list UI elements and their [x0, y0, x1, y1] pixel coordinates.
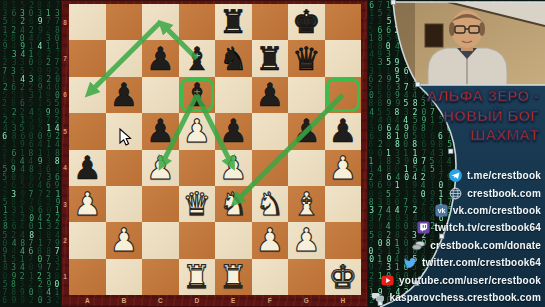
title-line-3: ШАХМАТ [380, 125, 539, 145]
square-d8[interactable] [179, 4, 216, 40]
title-line-2: НОВЫЙ БОГ [380, 106, 539, 126]
square-e1[interactable]: ♜ [215, 259, 252, 295]
square-a3[interactable]: ♟ [69, 186, 106, 222]
black-pawn[interactable]: ♟ [109, 77, 138, 113]
social-links: t.me/crestbookcrestbook.comvkvk.com/cres… [375, 167, 545, 306]
square-b2[interactable]: ♟ [106, 222, 143, 258]
link-text: t.me/crestbook [467, 170, 541, 181]
square-h5[interactable]: ♟ [325, 113, 362, 149]
black-rook[interactable]: ♜ [219, 4, 248, 40]
square-c4[interactable]: ♟ [142, 150, 179, 186]
file-label: H [325, 295, 362, 307]
square-a5[interactable] [69, 113, 106, 149]
white-pawn[interactable]: ♟ [146, 150, 175, 186]
square-d3[interactable]: ♛ [179, 186, 216, 222]
rank-label: 7 [61, 40, 69, 76]
file-label: C [142, 295, 179, 307]
link-text: crestbook.com/donate [430, 240, 541, 251]
square-e5[interactable]: ♟ [215, 113, 252, 149]
rank-label: 8 [61, 4, 69, 40]
square-g4[interactable] [288, 150, 325, 186]
black-pawn[interactable]: ♟ [292, 113, 321, 149]
twitter-icon [404, 256, 417, 269]
twitch-icon [417, 221, 430, 234]
square-e2[interactable] [215, 222, 252, 258]
square-h3[interactable] [325, 186, 362, 222]
white-knight[interactable]: ♞ [255, 186, 284, 222]
square-h8[interactable] [325, 4, 362, 40]
square-g1[interactable] [288, 259, 325, 295]
stream-title: АЛЬФА ЗЕРО - НОВЫЙ БОГ ШАХМАТ [380, 86, 545, 145]
svg-text:vk: vk [437, 207, 445, 214]
white-pawn[interactable]: ♟ [255, 222, 284, 258]
square-c5[interactable]: ♟ [142, 113, 179, 149]
rank-label: 5 [61, 113, 69, 149]
square-d6[interactable]: ♝ [179, 77, 216, 113]
white-bishop[interactable]: ♝ [292, 186, 321, 222]
square-f4[interactable] [252, 150, 289, 186]
donate-icon [412, 239, 425, 252]
white-pawn[interactable]: ♟ [292, 222, 321, 258]
square-f3[interactable]: ♞ [252, 186, 289, 222]
white-pawn[interactable]: ♟ [73, 186, 102, 222]
stream-frame: 87654321 ABCDEFGH ♜♚♟♝♞♜♛♟♝♟♟♟♟♟♟♟♟♟♟♟♛♞… [0, 0, 545, 307]
black-pawn[interactable]: ♟ [146, 41, 175, 77]
square-h7[interactable] [325, 40, 362, 76]
link-text: kasparovchess.crestbook.com [389, 292, 541, 303]
square-f6[interactable]: ♟ [252, 77, 289, 113]
link-youtube-com-user-crestbook[interactable]: youtube.com/user/crestbook [375, 271, 545, 288]
square-d5[interactable]: ♟ [179, 113, 216, 149]
square-h4[interactable]: ♟ [325, 150, 362, 186]
telegram-icon [449, 169, 462, 182]
rank-label: 2 [61, 222, 69, 258]
square-h6[interactable] [325, 77, 362, 113]
white-rook[interactable]: ♜ [182, 259, 211, 295]
white-rook[interactable]: ♜ [219, 259, 248, 295]
square-d2[interactable] [179, 222, 216, 258]
white-pawn[interactable]: ♟ [182, 113, 211, 149]
square-b4[interactable] [106, 150, 143, 186]
square-e8[interactable]: ♜ [215, 4, 252, 40]
white-pawn[interactable]: ♟ [328, 150, 357, 186]
square-c6[interactable] [142, 77, 179, 113]
black-bishop[interactable]: ♝ [182, 41, 211, 77]
black-rook[interactable]: ♜ [255, 41, 284, 77]
white-knight[interactable]: ♞ [219, 186, 248, 222]
white-pawn[interactable]: ♟ [109, 222, 138, 258]
link-vk-com-crestbook[interactable]: vkvk.com/crestbook [375, 202, 545, 219]
link-crestbook-com-donate[interactable]: crestbook.com/donate [375, 237, 545, 254]
square-g7[interactable]: ♛ [288, 40, 325, 76]
file-label: B [106, 295, 143, 307]
link-text: vk.com/crestbook [453, 205, 541, 216]
link-text: twitch.tv/crestbook64 [435, 222, 541, 233]
black-queen[interactable]: ♛ [292, 41, 321, 77]
chat-icon [371, 291, 384, 304]
square-a7[interactable] [69, 40, 106, 76]
rank-label: 1 [61, 259, 69, 295]
white-king[interactable]: ♚ [328, 259, 357, 295]
youtube-icon [381, 274, 394, 287]
file-label: F [252, 295, 289, 307]
square-g2[interactable]: ♟ [288, 222, 325, 258]
file-labels: ABCDEFGH [69, 295, 361, 307]
square-e3[interactable]: ♞ [215, 186, 252, 222]
link-text: crestbook.com [467, 188, 541, 199]
square-a2[interactable] [69, 222, 106, 258]
black-king[interactable]: ♚ [292, 4, 321, 40]
square-a1[interactable] [69, 259, 106, 295]
square-c2[interactable] [142, 222, 179, 258]
square-d4[interactable] [179, 150, 216, 186]
rank-label: 6 [61, 77, 69, 113]
square-e4[interactable]: ♟ [215, 150, 252, 186]
vk-icon: vk [435, 204, 448, 217]
picture-frame [425, 24, 443, 47]
link-text: twitter.com/crestbook64 [422, 257, 541, 268]
file-label: A [69, 295, 106, 307]
black-pawn[interactable]: ♟ [328, 113, 357, 149]
rank-labels: 87654321 [61, 4, 69, 295]
black-knight[interactable]: ♞ [219, 41, 248, 77]
square-f5[interactable] [252, 113, 289, 149]
black-pawn[interactable]: ♟ [146, 113, 175, 149]
square-e7[interactable]: ♞ [215, 40, 252, 76]
square-c8[interactable] [142, 4, 179, 40]
square-g8[interactable]: ♚ [288, 4, 325, 40]
square-b3[interactable] [106, 186, 143, 222]
mouse-cursor [119, 128, 132, 146]
square-c1[interactable] [142, 259, 179, 295]
file-label: G [288, 295, 325, 307]
square-g5[interactable]: ♟ [288, 113, 325, 149]
globe-icon [449, 187, 462, 200]
title-line-1: АЛЬФА ЗЕРО - [380, 86, 539, 106]
link-text: youtube.com/user/crestbook [399, 275, 541, 286]
square-g6[interactable] [288, 77, 325, 113]
file-label: D [179, 295, 216, 307]
file-label: E [215, 295, 252, 307]
square-c3[interactable] [142, 186, 179, 222]
chess-board: 87654321 ABCDEFGH ♜♚♟♝♞♜♛♟♝♟♟♟♟♟♟♟♟♟♟♟♛♞… [61, 0, 368, 307]
square-f1[interactable] [252, 259, 289, 295]
square-e6[interactable] [215, 77, 252, 113]
black-bishop[interactable]: ♝ [182, 77, 211, 113]
square-a6[interactable] [69, 77, 106, 113]
link-t-me-crestbook[interactable]: t.me/crestbook [375, 167, 545, 184]
black-pawn[interactable]: ♟ [219, 113, 248, 149]
square-f2[interactable]: ♟ [252, 222, 289, 258]
black-pawn[interactable]: ♟ [73, 150, 102, 186]
square-h2[interactable] [325, 222, 362, 258]
rank-label: 3 [61, 186, 69, 222]
white-pawn[interactable]: ♟ [219, 150, 248, 186]
square-g3[interactable]: ♝ [288, 186, 325, 222]
square-c7[interactable]: ♟ [142, 40, 179, 76]
rank-label: 4 [61, 150, 69, 186]
square-a4[interactable]: ♟ [69, 150, 106, 186]
square-f7[interactable]: ♜ [252, 40, 289, 76]
white-queen[interactable]: ♛ [182, 186, 211, 222]
square-f8[interactable] [252, 4, 289, 40]
square-a8[interactable] [69, 4, 106, 40]
square-h1[interactable]: ♚ [325, 259, 362, 295]
square-d1[interactable]: ♜ [179, 259, 216, 295]
link-twitch-tv-crestbook64[interactable]: twitch.tv/crestbook64 [375, 219, 545, 236]
square-b8[interactable] [106, 4, 143, 40]
link-kasparovchess-crestbook-com[interactable]: kasparovchess.crestbook.com [375, 289, 545, 306]
link-crestbook-com[interactable]: crestbook.com [375, 184, 545, 201]
square-b1[interactable] [106, 259, 143, 295]
link-twitter-com-crestbook64[interactable]: twitter.com/crestbook64 [375, 254, 545, 271]
black-pawn[interactable]: ♟ [255, 77, 284, 113]
square-b7[interactable] [106, 40, 143, 76]
board-grid: ♜♚♟♝♞♜♛♟♝♟♟♟♟♟♟♟♟♟♟♟♛♞♞♝♟♟♟♜♜♚ [69, 4, 361, 295]
square-d7[interactable]: ♝ [179, 40, 216, 76]
square-b6[interactable]: ♟ [106, 77, 143, 113]
